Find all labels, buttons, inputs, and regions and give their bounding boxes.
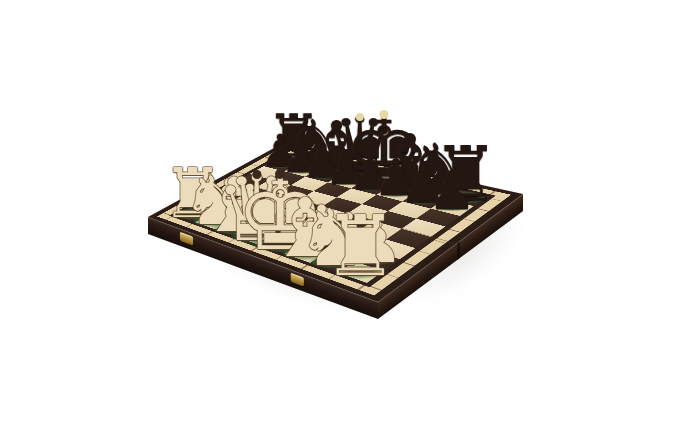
- brass-clasp-icon: [180, 232, 193, 246]
- chessboard: [148, 142, 523, 302]
- brass-clasp-icon: [291, 273, 304, 287]
- contrast-finial-icon: [380, 110, 389, 119]
- fold-seam-notch: [457, 241, 459, 260]
- contrast-finial-icon: [356, 113, 364, 121]
- chess-set-photo: ♜♞♝♛♚♝♞♜♟♟♟♟♟♟♟♟♟♟♟♟♟♟♟♟♜♞♝♛♚♝♞♜: [0, 0, 680, 425]
